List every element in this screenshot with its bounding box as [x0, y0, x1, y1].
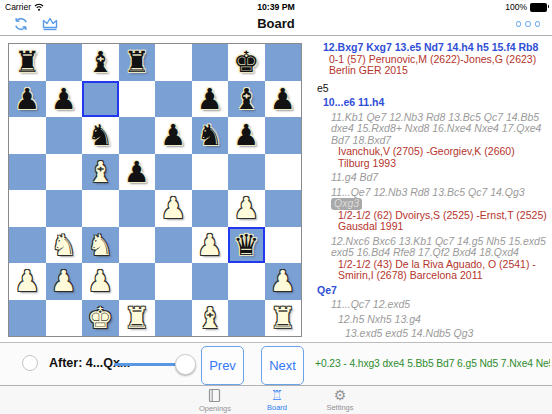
tab-board[interactable]: ♖ Board — [246, 387, 308, 414]
square-a5[interactable] — [9, 154, 46, 191]
black-rook: ♜ — [119, 44, 156, 81]
black-pawn: ♟ — [155, 117, 192, 154]
white-rook: ♜ — [119, 300, 156, 337]
square-f1[interactable]: ♝ — [192, 300, 229, 337]
square-d1[interactable]: ♜ — [119, 300, 156, 337]
tab-openings-label: Openings — [184, 405, 246, 413]
square-b3[interactable]: ♞ — [46, 227, 83, 264]
square-a3[interactable] — [9, 227, 46, 264]
current-move-highlight[interactable]: Qxg3 — [331, 198, 362, 210]
tab-openings[interactable]: Openings — [184, 387, 246, 414]
notation-line[interactable]: 12.Nxc6 Bxc6 13.Kb1 Qc7 14.g5 Nh5 15.exd… — [312, 236, 549, 259]
rook-icon: ♖ — [246, 387, 308, 404]
black-pawn: ♟ — [228, 117, 265, 154]
gear-icon: ⚙ — [309, 387, 371, 404]
square-c2[interactable]: ♟ — [82, 263, 119, 300]
square-h5[interactable] — [265, 154, 302, 191]
next-button[interactable]: Next — [261, 346, 304, 385]
square-f4[interactable] — [192, 190, 229, 227]
square-c3[interactable]: ♞ — [82, 227, 119, 264]
square-e5[interactable] — [155, 154, 192, 191]
square-b5[interactable] — [46, 154, 83, 191]
square-a2[interactable]: ♟ — [9, 263, 46, 300]
tab-settings[interactable]: ⚙ Settings — [309, 387, 371, 414]
square-h1[interactable]: ♜ — [265, 300, 302, 337]
status-bar: Carrier 10:39 PM 100% — [0, 0, 552, 13]
notation-line[interactable]: 11...Qe7 12.Nb3 Rd8 13.Bc5 Qc7 14.Qg3 Qx… — [312, 187, 549, 210]
square-f3[interactable]: ♟ — [192, 227, 229, 264]
tab-board-label: Board — [246, 404, 308, 412]
notation-line[interactable]: Qe7 — [312, 285, 549, 297]
square-f2[interactable] — [192, 263, 229, 300]
square-e3[interactable] — [155, 227, 192, 264]
white-bishop: ♝ — [192, 300, 229, 337]
black-pawn: ♟ — [192, 81, 229, 118]
square-d8[interactable]: ♜ — [119, 44, 156, 81]
square-f6[interactable]: ♞ — [192, 117, 229, 154]
square-h7[interactable]: ♟ — [265, 81, 302, 118]
tab-settings-label: Settings — [309, 404, 371, 412]
nav-bar: Board — [0, 13, 552, 36]
notation-line[interactable]: 11...Qc7 12.exd5 — [312, 299, 549, 311]
square-g3[interactable]: ♛ — [228, 227, 265, 264]
square-c6[interactable]: ♞ — [82, 117, 119, 154]
more-dots-icon[interactable] — [516, 21, 541, 27]
square-e4[interactable]: ♟ — [155, 190, 192, 227]
square-g5[interactable] — [228, 154, 265, 191]
square-g7[interactable]: ♝ — [228, 81, 265, 118]
black-king: ♚ — [228, 44, 265, 81]
square-a8[interactable]: ♜ — [9, 44, 46, 81]
square-d7[interactable] — [119, 81, 156, 118]
white-pawn: ♟ — [82, 263, 119, 300]
black-bishop: ♝ — [228, 81, 265, 118]
black-pawn: ♟ — [9, 81, 46, 118]
black-bishop: ♝ — [82, 44, 119, 81]
notation-line[interactable]: 12.Bxg7 Kxg7 13.e5 Nd7 14.h4 h5 15.f4 Rb… — [312, 42, 549, 54]
white-rook: ♜ — [265, 300, 302, 337]
square-a6[interactable] — [9, 117, 46, 154]
square-e7[interactable] — [155, 81, 192, 118]
square-f7[interactable]: ♟ — [192, 81, 229, 118]
square-f8[interactable] — [192, 44, 229, 81]
white-king: ♚ — [82, 300, 119, 337]
square-d5[interactable]: ♟ — [119, 154, 156, 191]
black-rook: ♜ — [9, 44, 46, 81]
square-f5[interactable] — [192, 154, 229, 191]
notation-line[interactable]: 12.h5 Nxh5 13.g4 — [312, 314, 549, 326]
square-g2[interactable] — [228, 263, 265, 300]
square-h3[interactable] — [265, 227, 302, 264]
square-b2[interactable]: ♟ — [46, 263, 83, 300]
notation-line[interactable]: 1/2-1/2 (43) De la Riva Aguado, O (2541)… — [312, 259, 549, 282]
battery-percent: 100% — [505, 2, 527, 12]
square-h6[interactable] — [265, 117, 302, 154]
square-c4[interactable] — [82, 190, 119, 227]
notation-line[interactable]: 1/2-1/2 (62) Dvoirys,S (2525) -Ernst,T (… — [312, 210, 549, 233]
notation-line[interactable]: 11.g4 Bd7 — [312, 172, 549, 184]
square-b8[interactable] — [46, 44, 83, 81]
square-a7[interactable]: ♟ — [9, 81, 46, 118]
square-d3[interactable] — [119, 227, 156, 264]
white-pawn: ♟ — [155, 190, 192, 227]
prev-button[interactable]: Prev — [201, 346, 244, 385]
square-e6[interactable]: ♟ — [155, 117, 192, 154]
white-knight: ♞ — [46, 227, 83, 264]
chess-board[interactable]: ♜♝♜♚♟♟♟♝♟♞♟♞♟♝♟♟♟♞♞♟♛♟♟♟♟♚♜♝♜ — [8, 43, 302, 337]
square-g1[interactable] — [228, 300, 265, 337]
square-h4[interactable] — [265, 190, 302, 227]
black-pawn: ♟ — [119, 154, 156, 191]
notation-line[interactable]: 13.exd5 exd5 14.Ndb5 Qg3 — [312, 328, 549, 340]
square-d6[interactable] — [119, 117, 156, 154]
black-knight: ♞ — [82, 117, 119, 154]
white-pawn: ♟ — [192, 227, 229, 264]
square-e8[interactable] — [155, 44, 192, 81]
notation-line[interactable]: 10...e6 11.h4 — [312, 97, 549, 109]
square-b6[interactable] — [46, 117, 83, 154]
black-pawn: ♟ — [46, 81, 83, 118]
black-pawn: ♟ — [265, 81, 302, 118]
white-bishop: ♝ — [82, 154, 119, 191]
white-pawn: ♟ — [265, 263, 302, 300]
square-h8[interactable] — [265, 44, 302, 81]
notation-line[interactable]: 11.Kb1 Qe7 12.Nb3 Rd8 13.Bc5 Qc7 14.Bb5 … — [312, 112, 549, 147]
engine-evaluation: +0.23 - 4.hxg3 dxe4 5.Bb5 Bd7 6.g5 Nd5 7… — [315, 358, 550, 369]
square-g8[interactable]: ♚ — [228, 44, 265, 81]
square-g4[interactable]: ♟ — [228, 190, 265, 227]
square-d4[interactable] — [119, 190, 156, 227]
tab-bar: Openings ♖ Board ⚙ Settings — [0, 385, 552, 414]
square-d2[interactable] — [119, 263, 156, 300]
square-g6[interactable]: ♟ — [228, 117, 265, 154]
move-slider-thumb[interactable] — [175, 354, 196, 375]
square-h2[interactable]: ♟ — [265, 263, 302, 300]
page-title: Board — [0, 13, 552, 35]
clock: 10:39 PM — [0, 2, 552, 12]
battery-icon — [530, 3, 547, 12]
book-icon — [184, 388, 246, 405]
white-pawn: ♟ — [9, 263, 46, 300]
square-a4[interactable] — [9, 190, 46, 227]
square-e1[interactable] — [155, 300, 192, 337]
notation-line[interactable]: Ivanchuk,V (2705) -Georgiev,K (2660) Til… — [312, 146, 549, 169]
app-screen: Carrier 10:39 PM 100% — [0, 0, 552, 414]
white-pawn: ♟ — [46, 263, 83, 300]
slider-start-circle[interactable] — [22, 355, 38, 371]
square-b7[interactable]: ♟ — [46, 81, 83, 118]
square-c1[interactable]: ♚ — [82, 300, 119, 337]
notation-panel[interactable]: 12.Bxg7 Kxg7 13.e5 Nd7 14.h4 h5 15.f4 Rb… — [312, 42, 549, 342]
square-b4[interactable] — [46, 190, 83, 227]
square-e2[interactable] — [155, 263, 192, 300]
white-pawn: ♟ — [228, 190, 265, 227]
square-c8[interactable]: ♝ — [82, 44, 119, 81]
notation-line[interactable]: 0-1 (57) Perunovic,M (2622)-Jones,G (262… — [312, 54, 549, 77]
black-queen: ♛ — [228, 227, 265, 264]
square-c7[interactable] — [82, 81, 119, 118]
notation-line[interactable]: e5 — [312, 83, 549, 95]
black-knight: ♞ — [192, 117, 229, 154]
square-a1[interactable] — [9, 300, 46, 337]
square-c5[interactable]: ♝ — [82, 154, 119, 191]
white-knight: ♞ — [82, 227, 119, 264]
square-b1[interactable] — [46, 300, 83, 337]
bottom-control-bar: After: 4...Qx... Prev Next +0.23 - 4.hxg… — [0, 342, 552, 386]
